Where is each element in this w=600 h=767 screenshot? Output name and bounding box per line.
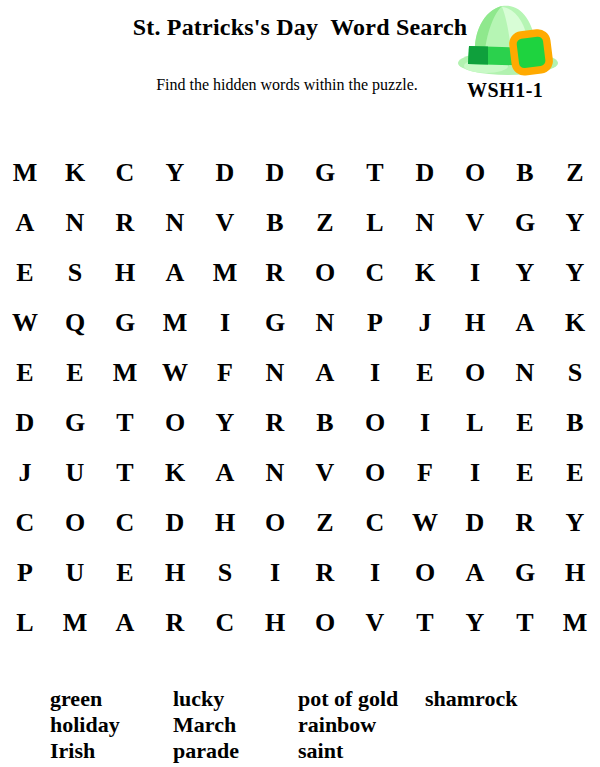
grid-cell-r6c1[interactable]: D: [0, 398, 50, 448]
word-list-column-3: pot of goldrainbowsaint: [298, 686, 398, 764]
grid-cell-r8c5[interactable]: H: [200, 498, 250, 548]
grid-cell-r6c5[interactable]: Y: [200, 398, 250, 448]
word-search-grid: MKCYDDGTDOBZANRNVBZLNVGYESHAMROCKIYYWQGM…: [0, 148, 600, 648]
grid-cell-r3c1[interactable]: E: [0, 248, 50, 298]
grid-cell-r7c4[interactable]: K: [150, 448, 200, 498]
word-item: lucky: [173, 686, 239, 712]
grid-cell-r3c9[interactable]: K: [400, 248, 450, 298]
grid-cell-r4c4[interactable]: M: [150, 298, 200, 348]
grid-cell-r4c12[interactable]: K: [550, 298, 600, 348]
grid-cell-r8c11[interactable]: R: [500, 498, 550, 548]
grid-cell-r9c9[interactable]: O: [400, 548, 450, 598]
word-item: March: [173, 712, 239, 738]
grid-cell-r10c6[interactable]: H: [250, 598, 300, 648]
grid-cell-r10c9[interactable]: T: [400, 598, 450, 648]
grid-cell-r9c6[interactable]: I: [250, 548, 300, 598]
grid-cell-r6c8[interactable]: O: [350, 398, 400, 448]
grid-cell-r6c3[interactable]: T: [100, 398, 150, 448]
grid-cell-r6c2[interactable]: G: [50, 398, 100, 448]
grid-cell-r3c4[interactable]: A: [150, 248, 200, 298]
word-item: rainbow: [298, 712, 398, 738]
word-item: green: [50, 686, 120, 712]
grid-cell-r2c8[interactable]: L: [350, 198, 400, 248]
grid-cell-r3c11[interactable]: Y: [500, 248, 550, 298]
grid-cell-r9c8[interactable]: I: [350, 548, 400, 598]
word-item: parade: [173, 738, 239, 764]
word-item: pot of gold: [298, 686, 398, 712]
grid-cell-r10c1[interactable]: L: [0, 598, 50, 648]
grid-cell-r9c5[interactable]: S: [200, 548, 250, 598]
grid-cell-r8c1[interactable]: C: [0, 498, 50, 548]
word-list-column-1: greenholidayIrish: [50, 686, 120, 764]
grid-cell-r6c11[interactable]: E: [500, 398, 550, 448]
grid-cell-r9c1[interactable]: P: [0, 548, 50, 598]
grid-cell-r5c12[interactable]: S: [550, 348, 600, 398]
grid-cell-r4c9[interactable]: J: [400, 298, 450, 348]
word-list-column-2: luckyMarchparade: [173, 686, 239, 764]
grid-cell-r8c4[interactable]: D: [150, 498, 200, 548]
grid-cell-r1c6[interactable]: D: [250, 148, 300, 198]
grid-cell-r4c2[interactable]: Q: [50, 298, 100, 348]
instructions: Find the hidden words within the puzzle.: [0, 76, 574, 94]
grid-cell-r2c5[interactable]: V: [200, 198, 250, 248]
grid-cell-r7c1[interactable]: J: [0, 448, 50, 498]
grid-cell-r7c7[interactable]: V: [300, 448, 350, 498]
grid-cell-r8c7[interactable]: Z: [300, 498, 350, 548]
grid-cell-r10c8[interactable]: V: [350, 598, 400, 648]
grid-cell-r3c7[interactable]: O: [300, 248, 350, 298]
grid-cell-r5c10[interactable]: O: [450, 348, 500, 398]
grid-cell-r9c12[interactable]: H: [550, 548, 600, 598]
grid-cell-r7c5[interactable]: A: [200, 448, 250, 498]
grid-cell-r2c7[interactable]: Z: [300, 198, 350, 248]
grid-cell-r8c8[interactable]: C: [350, 498, 400, 548]
grid-cell-r4c8[interactable]: P: [350, 298, 400, 348]
grid-cell-r3c12[interactable]: Y: [550, 248, 600, 298]
grid-cell-r6c6[interactable]: R: [250, 398, 300, 448]
grid-cell-r8c9[interactable]: W: [400, 498, 450, 548]
grid-cell-r1c3[interactable]: C: [100, 148, 150, 198]
grid-cell-r10c11[interactable]: T: [500, 598, 550, 648]
grid-cell-r4c10[interactable]: H: [450, 298, 500, 348]
leprechaun-hat-icon: [456, 2, 576, 80]
grid-cell-r3c2[interactable]: S: [50, 248, 100, 298]
grid-cell-r3c6[interactable]: R: [250, 248, 300, 298]
grid-cell-r5c4[interactable]: W: [150, 348, 200, 398]
grid-cell-r5c8[interactable]: I: [350, 348, 400, 398]
grid-cell-r5c7[interactable]: A: [300, 348, 350, 398]
grid-cell-r1c10[interactable]: O: [450, 148, 500, 198]
grid-cell-r1c4[interactable]: Y: [150, 148, 200, 198]
grid-cell-r10c3[interactable]: A: [100, 598, 150, 648]
grid-cell-r1c8[interactable]: T: [350, 148, 400, 198]
grid-cell-r7c8[interactable]: O: [350, 448, 400, 498]
grid-cell-r6c12[interactable]: B: [550, 398, 600, 448]
grid-cell-r4c7[interactable]: N: [300, 298, 350, 348]
grid-cell-r5c3[interactable]: M: [100, 348, 150, 398]
grid-cell-r7c3[interactable]: T: [100, 448, 150, 498]
grid-cell-r4c6[interactable]: G: [250, 298, 300, 348]
grid-cell-r1c5[interactable]: D: [200, 148, 250, 198]
grid-cell-r3c10[interactable]: I: [450, 248, 500, 298]
grid-cell-r10c7[interactable]: O: [300, 598, 350, 648]
grid-cell-r10c5[interactable]: C: [200, 598, 250, 648]
grid-cell-r5c2[interactable]: E: [50, 348, 100, 398]
grid-cell-r5c6[interactable]: N: [250, 348, 300, 398]
grid-cell-r9c4[interactable]: H: [150, 548, 200, 598]
grid-cell-r6c9[interactable]: I: [400, 398, 450, 448]
grid-cell-r9c7[interactable]: R: [300, 548, 350, 598]
grid-cell-r6c10[interactable]: L: [450, 398, 500, 448]
grid-cell-r4c1[interactable]: W: [0, 298, 50, 348]
grid-cell-r9c11[interactable]: G: [500, 548, 550, 598]
word-list: greenholidayIrishluckyMarchparadepot of …: [0, 686, 600, 767]
grid-cell-r7c11[interactable]: E: [500, 448, 550, 498]
grid-cell-r1c1[interactable]: M: [0, 148, 50, 198]
grid-cell-r4c11[interactable]: A: [500, 298, 550, 348]
word-list-column-4: shamrock: [425, 686, 518, 712]
grid-cell-r10c4[interactable]: R: [150, 598, 200, 648]
grid-cell-r6c4[interactable]: O: [150, 398, 200, 448]
grid-cell-r3c3[interactable]: H: [100, 248, 150, 298]
grid-cell-r8c10[interactable]: D: [450, 498, 500, 548]
grid-cell-r10c10[interactable]: Y: [450, 598, 500, 648]
grid-cell-r9c2[interactable]: U: [50, 548, 100, 598]
grid-cell-r2c1[interactable]: A: [0, 198, 50, 248]
grid-cell-r1c11[interactable]: B: [500, 148, 550, 198]
grid-cell-r5c11[interactable]: N: [500, 348, 550, 398]
grid-cell-r2c2[interactable]: N: [50, 198, 100, 248]
word-item: holiday: [50, 712, 120, 738]
word-item: Irish: [50, 738, 120, 764]
grid-cell-r7c12[interactable]: E: [550, 448, 600, 498]
grid-cell-r2c10[interactable]: V: [450, 198, 500, 248]
grid-cell-r1c12[interactable]: Z: [550, 148, 600, 198]
grid-cell-r8c6[interactable]: O: [250, 498, 300, 548]
grid-cell-r5c5[interactable]: F: [200, 348, 250, 398]
grid-cell-r7c2[interactable]: U: [50, 448, 100, 498]
grid-cell-r3c5[interactable]: M: [200, 248, 250, 298]
grid-cell-r2c3[interactable]: R: [100, 198, 150, 248]
grid-cell-r5c9[interactable]: E: [400, 348, 450, 398]
worksheet-page: St. Patricks's Day Word Search WSH1-1 Fi…: [0, 0, 600, 767]
grid-cell-r3c8[interactable]: C: [350, 248, 400, 298]
grid-cell-r4c5[interactable]: I: [200, 298, 250, 348]
grid-cell-r10c12[interactable]: M: [550, 598, 600, 648]
grid-cell-r10c2[interactable]: M: [50, 598, 100, 648]
grid-cell-r2c12[interactable]: Y: [550, 198, 600, 248]
grid-cell-r2c4[interactable]: N: [150, 198, 200, 248]
grid-cell-r8c3[interactable]: C: [100, 498, 150, 548]
grid-cell-r4c3[interactable]: G: [100, 298, 150, 348]
grid-cell-r7c9[interactable]: F: [400, 448, 450, 498]
grid-cell-r1c7[interactable]: G: [300, 148, 350, 198]
grid-cell-r1c9[interactable]: D: [400, 148, 450, 198]
grid-cell-r8c2[interactable]: O: [50, 498, 100, 548]
grid-cell-r5c1[interactable]: E: [0, 348, 50, 398]
word-item: shamrock: [425, 686, 518, 712]
grid-cell-r2c6[interactable]: B: [250, 198, 300, 248]
grid-cell-r7c10[interactable]: I: [450, 448, 500, 498]
grid-cell-r8c12[interactable]: Y: [550, 498, 600, 548]
grid-cell-r1c2[interactable]: K: [50, 148, 100, 198]
grid-cell-r7c6[interactable]: N: [250, 448, 300, 498]
grid-cell-r9c10[interactable]: A: [450, 548, 500, 598]
word-item: saint: [298, 738, 398, 764]
grid-cell-r2c9[interactable]: N: [400, 198, 450, 248]
grid-cell-r9c3[interactable]: E: [100, 548, 150, 598]
grid-cell-r6c7[interactable]: B: [300, 398, 350, 448]
grid-cell-r2c11[interactable]: G: [500, 198, 550, 248]
